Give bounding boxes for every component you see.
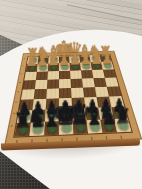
square-g4 — [35, 80, 48, 90]
square-d4 — [70, 79, 82, 88]
square-g3 — [36, 71, 48, 80]
square-f4 — [47, 79, 59, 88]
piece-white-pawn: ♟ — [101, 52, 113, 66]
square-e3 — [59, 71, 70, 80]
perspective-wrapper: ♜♞♝♚♛♝♞♜♟♟♟♟♟♟♟♟♟♟♟♟♟♟♟♟♜♞♝♚♛♝♞♜ — [0, 0, 142, 189]
square-a8: ♜ — [114, 119, 131, 133]
photo-scene: ♜♞♝♚♛♝♞♜♟♟♟♟♟♟♟♟♟♟♟♟♟♟♟♟♜♞♝♚♛♝♞♜ — [0, 0, 142, 189]
square-b3 — [92, 70, 105, 79]
board-grid: ♜♞♝♚♛♝♞♜♟♟♟♟♟♟♟♟♟♟♟♟♟♟♟♟♜♞♝♚♛♝♞♜ — [13, 54, 133, 138]
piece-black-rook: ♜ — [113, 106, 132, 127]
square-a4 — [105, 77, 119, 86]
square-e4 — [59, 79, 71, 88]
chess-board: ♜♞♝♚♛♝♞♜♟♟♟♟♟♟♟♟♟♟♟♟♟♟♟♟♜♞♝♚♛♝♞♜ — [4, 51, 142, 146]
